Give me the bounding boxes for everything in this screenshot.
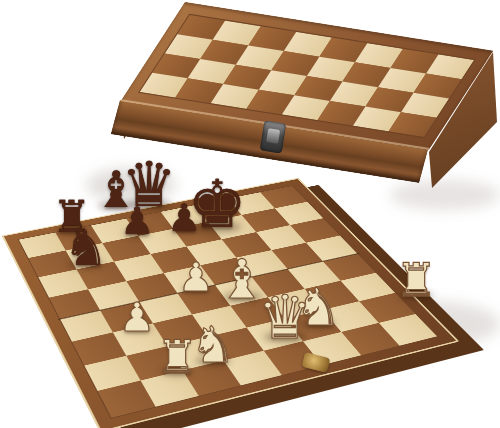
board-grid: [19, 186, 437, 418]
product-photo: ♛♝♚♟♜♟♞♟♜♝♞♟♛♞♜: [0, 0, 500, 428]
box-clasp-latch-icon: [260, 120, 286, 153]
